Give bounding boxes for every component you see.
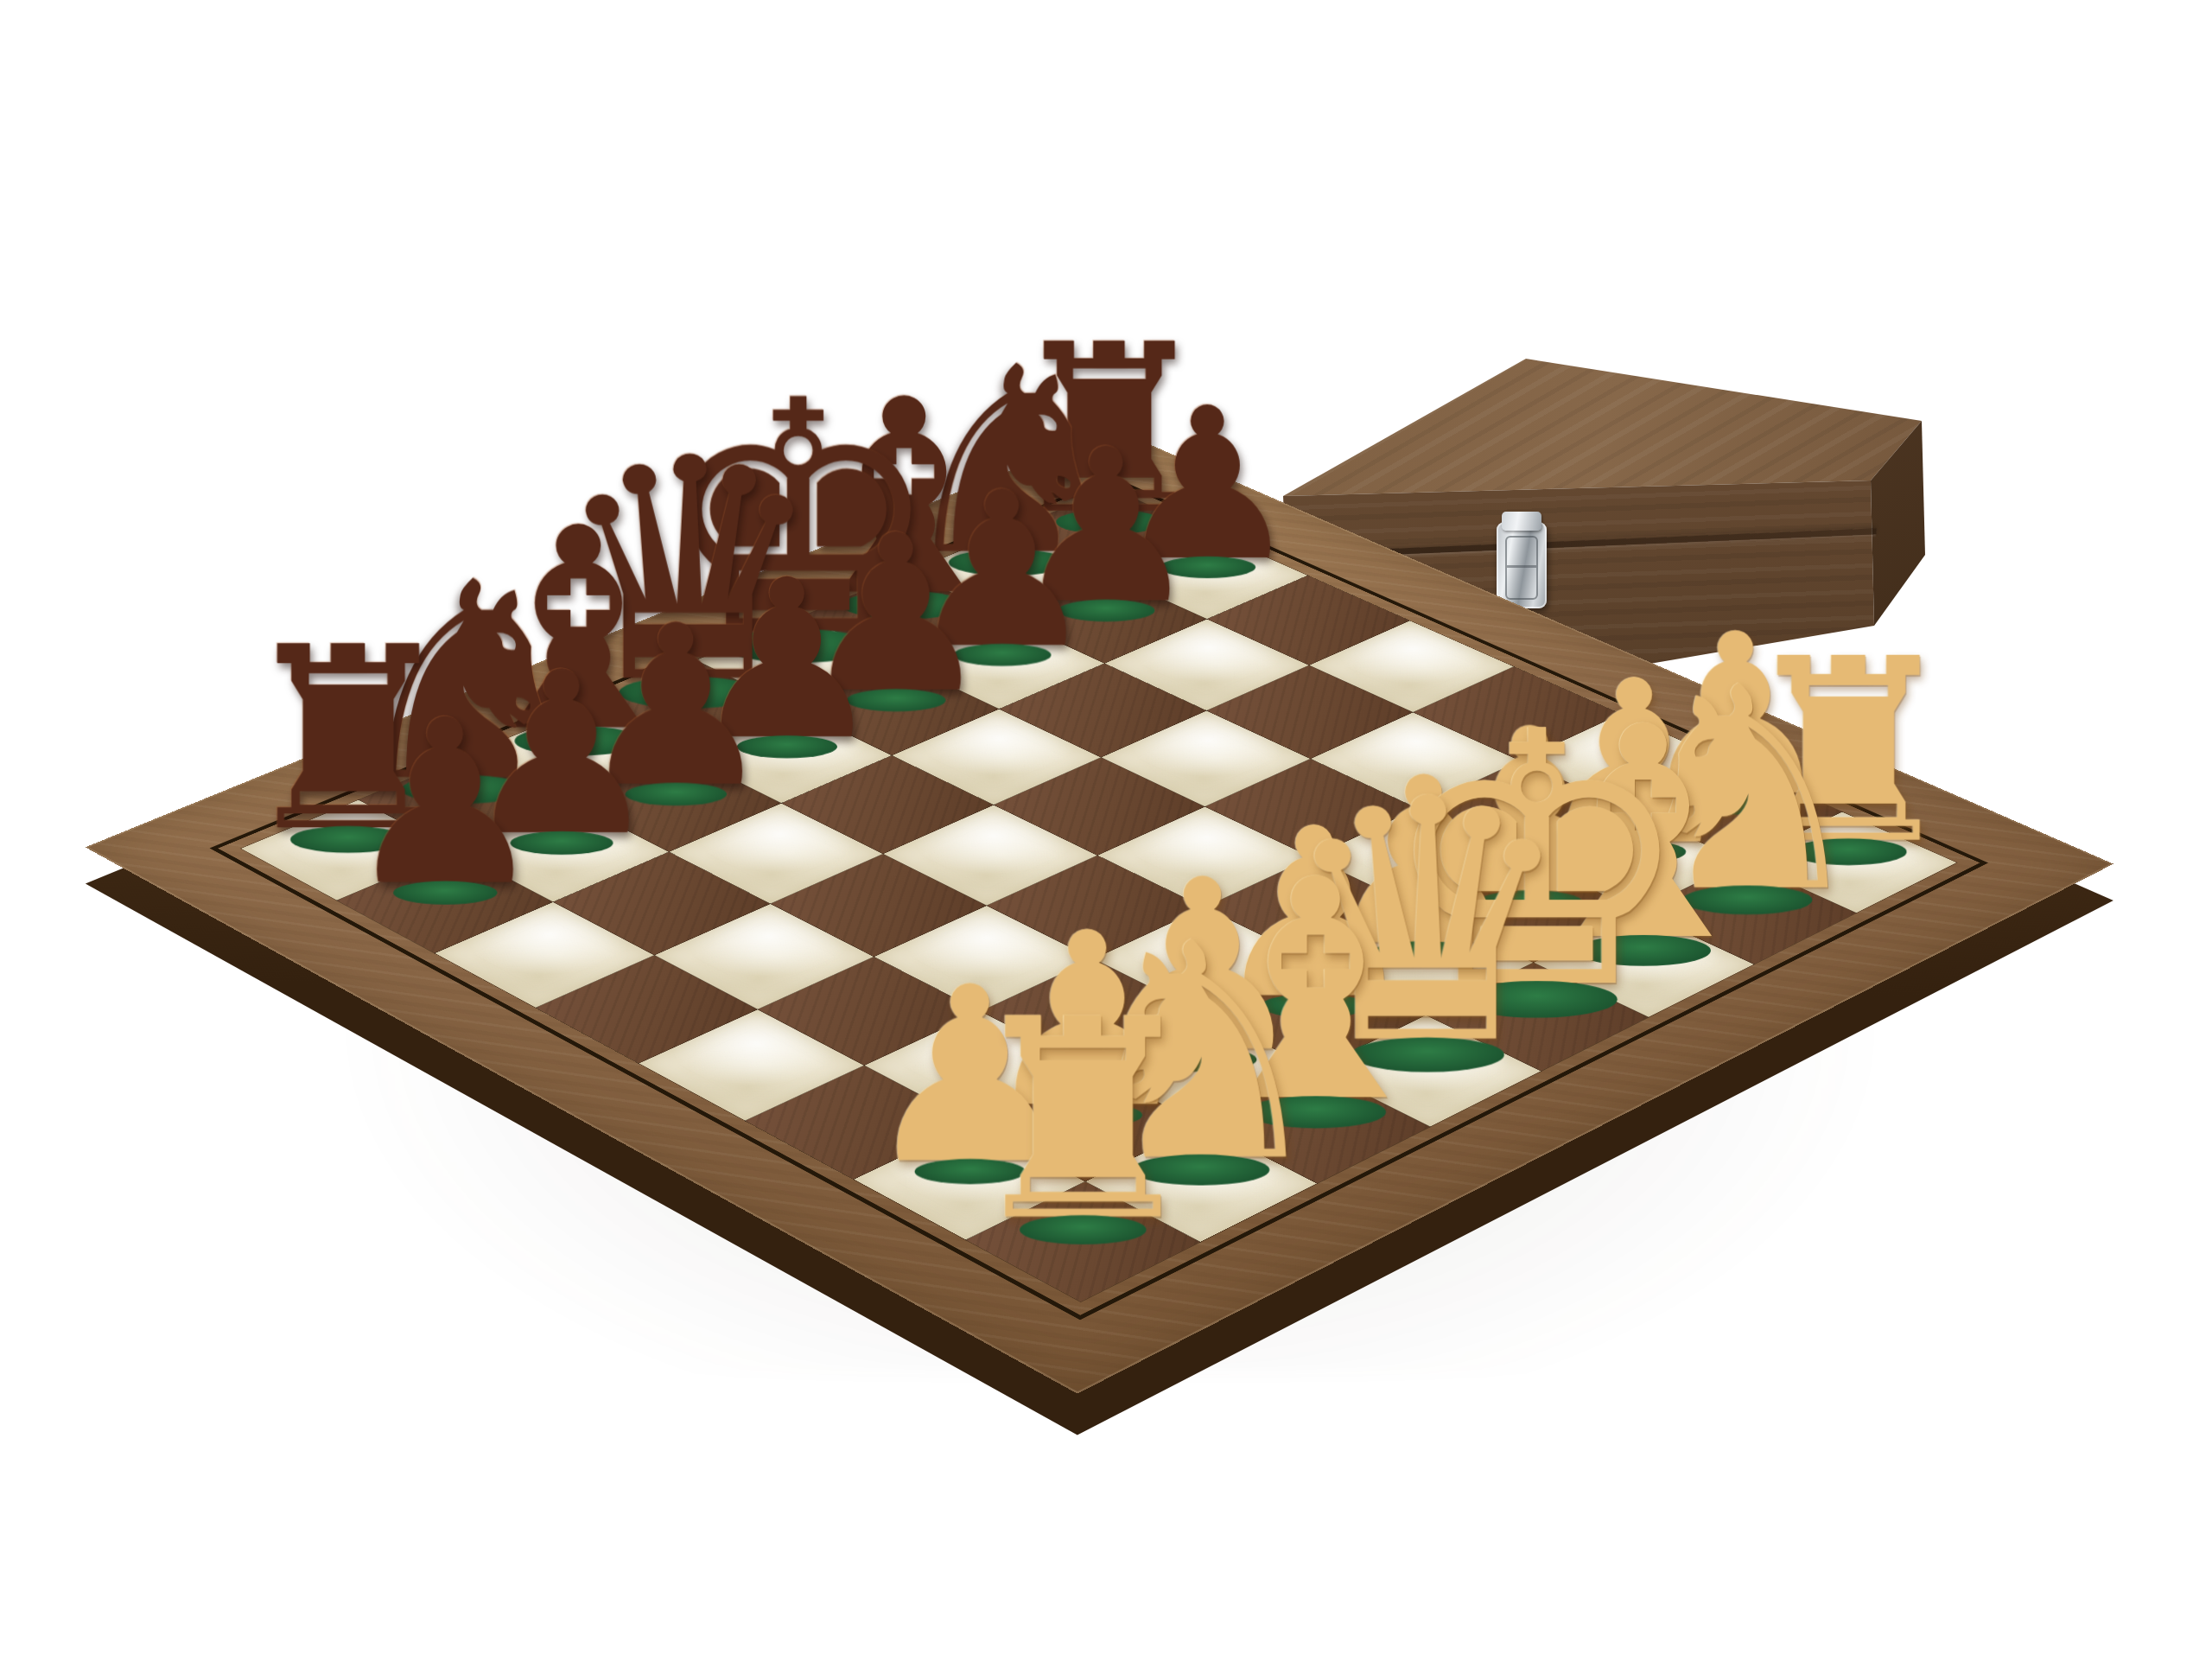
chess-set-product-scene: ♜♟♟♜♞♟♟♞♝♟♟♝♚♟♟♚♛♟♟♛♝♟♟♝♞♟♟♞♜♟♟♜ — [0, 0, 2212, 1661]
black-pawn-icon: ♟ — [343, 699, 547, 908]
square-a1[interactable]: ♜ — [966, 1181, 1200, 1301]
square-a7[interactable]: ♟ — [337, 850, 554, 953]
white-rook-icon: ♜ — [959, 995, 1206, 1249]
chessboard-squares: ♜♟♟♜♞♟♟♞♝♟♟♝♚♟♟♚♛♟♟♛♝♟♟♝♞♟♟♞♜♟♟♜ — [241, 488, 1956, 1301]
chessboard: ♜♟♟♜♞♟♟♞♝♟♟♝♚♟♟♚♛♟♟♛♝♟♟♝♞♟♟♞♜♟♟♜ — [380, 138, 1815, 1573]
chessboard-surface: ♜♟♟♜♞♟♟♞♝♟♟♝♚♟♟♚♛♟♟♛♝♟♟♝♞♟♟♞♜♟♟♜ — [86, 429, 2113, 1394]
